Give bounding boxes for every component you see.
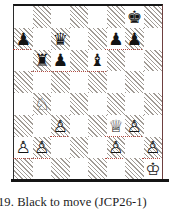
square-f8 xyxy=(107,6,126,28)
square-f2: ♙ xyxy=(107,137,126,159)
scan-artifact xyxy=(13,49,31,50)
scan-artifact xyxy=(13,158,50,159)
square-b1 xyxy=(33,158,52,180)
square-a7: ♟ xyxy=(14,28,33,50)
square-d5 xyxy=(70,71,89,93)
square-a8 xyxy=(14,6,33,28)
square-f4 xyxy=(107,93,126,115)
black-pawn: ♟ xyxy=(16,30,31,50)
square-b8 xyxy=(33,6,52,28)
white-pawn: ♙ xyxy=(108,138,123,158)
square-b6: ♜ xyxy=(33,50,52,72)
square-e8 xyxy=(88,6,107,28)
square-d6 xyxy=(70,50,89,72)
square-c8 xyxy=(51,6,70,28)
diagram-caption: 19. Black to move (JCP26-1) xyxy=(0,195,168,210)
scan-artifact xyxy=(31,71,106,72)
square-e1 xyxy=(88,158,107,180)
square-g6 xyxy=(125,50,144,72)
square-c7: ♛ xyxy=(51,28,70,50)
white-pawn: ♙ xyxy=(16,138,31,158)
square-h7 xyxy=(144,28,163,50)
square-e3 xyxy=(88,115,107,137)
board-base-rule xyxy=(11,179,169,182)
white-knight: ♘ xyxy=(34,95,49,115)
square-d1 xyxy=(70,158,89,180)
square-a1 xyxy=(14,158,33,180)
square-d4 xyxy=(70,93,89,115)
scan-artifact xyxy=(105,136,142,137)
square-g1 xyxy=(125,158,144,180)
white-pawn: ♙ xyxy=(53,117,68,137)
square-h6 xyxy=(144,50,163,72)
black-rook: ♜ xyxy=(34,51,49,71)
square-h2: ♙ xyxy=(144,137,163,159)
square-c3: ♙ xyxy=(51,115,70,137)
square-c5 xyxy=(51,71,70,93)
square-d2 xyxy=(70,137,89,159)
black-bishop: ♝ xyxy=(90,51,105,71)
square-e5 xyxy=(88,71,107,93)
square-h8 xyxy=(144,6,163,28)
square-h5 xyxy=(144,71,163,93)
square-d8 xyxy=(70,6,89,28)
square-g3: ♙ xyxy=(125,115,144,137)
square-g4 xyxy=(125,93,144,115)
black-pawn: ♟ xyxy=(53,51,68,71)
black-queen: ♛ xyxy=(53,30,68,50)
scan-artifact xyxy=(50,136,68,137)
square-b3 xyxy=(33,115,52,137)
square-e7 xyxy=(88,28,107,50)
square-g7: ♟ xyxy=(125,28,144,50)
square-e6: ♝ xyxy=(88,50,107,72)
square-h3 xyxy=(144,115,163,137)
square-f3: ♕ xyxy=(107,115,126,137)
square-e4 xyxy=(88,93,107,115)
white-king: ♔ xyxy=(145,160,160,180)
white-pawn: ♙ xyxy=(34,138,49,158)
scan-artifact xyxy=(105,49,142,50)
black-pawn: ♟ xyxy=(108,30,123,50)
square-a3 xyxy=(14,115,33,137)
square-a5 xyxy=(14,71,33,93)
black-king: ♚ xyxy=(127,8,142,28)
square-a6 xyxy=(14,50,33,72)
square-g5 xyxy=(125,71,144,93)
square-c1 xyxy=(51,158,70,180)
square-h4 xyxy=(144,93,163,115)
square-c6: ♟ xyxy=(51,50,70,72)
square-e2 xyxy=(88,137,107,159)
square-b7 xyxy=(33,28,52,50)
black-pawn: ♟ xyxy=(127,30,142,50)
scan-artifact xyxy=(105,158,123,159)
chess-board: ♚♟♛♟♟♜♟♝♘♙♕♙♙♙♙♙♔ xyxy=(13,4,163,180)
square-b5 xyxy=(33,71,52,93)
square-b2: ♙ xyxy=(33,137,52,159)
square-b4: ♘ xyxy=(33,93,52,115)
white-queen: ♕ xyxy=(108,117,123,137)
square-a2: ♙ xyxy=(14,137,33,159)
white-pawn: ♙ xyxy=(145,138,160,158)
square-d7 xyxy=(70,28,89,50)
square-c2 xyxy=(51,137,70,159)
square-d3 xyxy=(70,115,89,137)
square-g8: ♚ xyxy=(125,6,144,28)
square-f7: ♟ xyxy=(107,28,126,50)
square-g2 xyxy=(125,137,144,159)
square-f6 xyxy=(107,50,126,72)
square-c4 xyxy=(51,93,70,115)
square-f5 xyxy=(107,71,126,93)
scan-artifact xyxy=(142,158,160,159)
square-h1: ♔ xyxy=(144,158,163,180)
white-pawn: ♙ xyxy=(127,117,142,137)
square-f1 xyxy=(107,158,126,180)
square-a4 xyxy=(14,93,33,115)
